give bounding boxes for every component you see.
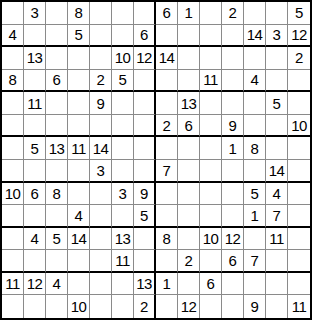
cell-r3c2: 13 xyxy=(24,47,46,70)
cell-r10c10[interactable] xyxy=(200,205,222,228)
cell-r10c14[interactable] xyxy=(288,205,310,228)
cell-r1c6[interactable] xyxy=(112,2,134,25)
cell-r9c12: 5 xyxy=(244,183,266,206)
cell-r2c6[interactable] xyxy=(112,25,134,48)
cell-r6c14: 10 xyxy=(288,115,310,138)
cell-r6c4[interactable] xyxy=(68,115,90,138)
cell-r10c9[interactable] xyxy=(178,205,200,228)
cell-r8c5: 3 xyxy=(90,160,112,183)
cell-r7c6[interactable] xyxy=(112,137,134,160)
cell-r12c11: 6 xyxy=(222,250,244,273)
cell-r4c12: 4 xyxy=(244,70,266,93)
cell-r8c12[interactable] xyxy=(244,160,266,183)
cell-r9c9[interactable] xyxy=(178,183,200,206)
cell-r10c2[interactable] xyxy=(24,205,46,228)
cell-r14c3[interactable] xyxy=(46,295,68,318)
cell-r9c3: 8 xyxy=(46,183,68,206)
cell-r4c3: 6 xyxy=(46,70,68,93)
cell-r13c9[interactable] xyxy=(178,273,200,296)
cell-r4c8[interactable] xyxy=(156,70,178,93)
cell-r6c9: 6 xyxy=(178,115,200,138)
cell-r11c12[interactable] xyxy=(244,228,266,251)
sudoku-board: 3861254561431213101214286251141191352691… xyxy=(0,0,312,320)
cell-r14c13[interactable] xyxy=(266,295,288,318)
cell-r8c8: 7 xyxy=(156,160,178,183)
cell-r12c7[interactable] xyxy=(134,250,156,273)
cell-r6c13[interactable] xyxy=(266,115,288,138)
cell-r8c1[interactable] xyxy=(2,160,24,183)
cell-r3c7: 12 xyxy=(134,47,156,70)
cell-r9c11[interactable] xyxy=(222,183,244,206)
cell-r8c2[interactable] xyxy=(24,160,46,183)
cell-r3c8: 14 xyxy=(156,47,178,70)
cell-r7c4: 11 xyxy=(68,137,90,160)
cell-r6c11: 9 xyxy=(222,115,244,138)
cell-r11c1[interactable] xyxy=(2,228,24,251)
cell-r12c4[interactable] xyxy=(68,250,90,273)
cell-r7c11: 1 xyxy=(222,137,244,160)
cell-r6c5[interactable] xyxy=(90,115,112,138)
cell-r14c12: 9 xyxy=(244,295,266,318)
cell-r9c4[interactable] xyxy=(68,183,90,206)
cell-r1c10[interactable] xyxy=(200,2,222,25)
cell-r10c13: 7 xyxy=(266,205,288,228)
cell-r5c1[interactable] xyxy=(2,92,24,115)
cell-r7c12: 8 xyxy=(244,137,266,160)
cell-r12c6: 11 xyxy=(112,250,134,273)
cell-r1c5[interactable] xyxy=(90,2,112,25)
cell-r10c8[interactable] xyxy=(156,205,178,228)
cell-r10c5[interactable] xyxy=(90,205,112,228)
cell-r5c14[interactable] xyxy=(288,92,310,115)
cell-r9c10[interactable] xyxy=(200,183,222,206)
cell-r11c8: 8 xyxy=(156,228,178,251)
cell-r12c2[interactable] xyxy=(24,250,46,273)
cell-r14c11[interactable] xyxy=(222,295,244,318)
cell-r5c4[interactable] xyxy=(68,92,90,115)
cell-r7c1[interactable] xyxy=(2,137,24,160)
cell-r2c2[interactable] xyxy=(24,25,46,48)
cell-r4c6: 5 xyxy=(112,70,134,93)
cell-r14c1[interactable] xyxy=(2,295,24,318)
cell-r7c7[interactable] xyxy=(134,137,156,160)
cell-r4c14[interactable] xyxy=(288,70,310,93)
cell-r3c6: 10 xyxy=(112,47,134,70)
cell-r2c5[interactable] xyxy=(90,25,112,48)
cell-r3c11[interactable] xyxy=(222,47,244,70)
cell-r3c14: 2 xyxy=(288,47,310,70)
cell-r1c14: 5 xyxy=(288,2,310,25)
cell-r12c5[interactable] xyxy=(90,250,112,273)
cell-r13c10: 6 xyxy=(200,273,222,296)
cell-r8c3[interactable] xyxy=(46,160,68,183)
cell-r6c12[interactable] xyxy=(244,115,266,138)
cell-r8c9[interactable] xyxy=(178,160,200,183)
cell-r12c9: 2 xyxy=(178,250,200,273)
cell-r9c8[interactable] xyxy=(156,183,178,206)
cell-r5c3[interactable] xyxy=(46,92,68,115)
cell-r8c13: 14 xyxy=(266,160,288,183)
cell-r11c3: 5 xyxy=(46,228,68,251)
cell-r11c14[interactable] xyxy=(288,228,310,251)
cell-r4c10: 11 xyxy=(200,70,222,93)
cell-r7c5: 14 xyxy=(90,137,112,160)
cell-r1c9: 1 xyxy=(178,2,200,25)
cell-r1c8: 6 xyxy=(156,2,178,25)
cell-r3c9[interactable] xyxy=(178,47,200,70)
cell-r2c9[interactable] xyxy=(178,25,200,48)
cell-r7c2: 5 xyxy=(24,137,46,160)
cell-r4c1: 8 xyxy=(2,70,24,93)
cell-r11c9[interactable] xyxy=(178,228,200,251)
cell-r1c2: 3 xyxy=(24,2,46,25)
cell-r5c8[interactable] xyxy=(156,92,178,115)
cell-r5c10[interactable] xyxy=(200,92,222,115)
cell-r5c5: 9 xyxy=(90,92,112,115)
cell-r1c4: 8 xyxy=(68,2,90,25)
cell-r14c4: 10 xyxy=(68,295,90,318)
cell-r7c3: 13 xyxy=(46,137,68,160)
cell-r10c7: 5 xyxy=(134,205,156,228)
cell-r13c3: 4 xyxy=(46,273,68,296)
cell-r6c6[interactable] xyxy=(112,115,134,138)
cell-r9c6: 3 xyxy=(112,183,134,206)
cell-r3c1[interactable] xyxy=(2,47,24,70)
cell-r12c10[interactable] xyxy=(200,250,222,273)
cell-r13c4[interactable] xyxy=(68,273,90,296)
cell-r9c14[interactable] xyxy=(288,183,310,206)
cell-r9c13: 4 xyxy=(266,183,288,206)
cell-r8c10[interactable] xyxy=(200,160,222,183)
cell-r5c13: 5 xyxy=(266,92,288,115)
cell-r8c7[interactable] xyxy=(134,160,156,183)
cell-r5c9: 13 xyxy=(178,92,200,115)
cell-r11c13: 11 xyxy=(266,228,288,251)
cell-r13c8: 1 xyxy=(156,273,178,296)
cell-r10c11[interactable] xyxy=(222,205,244,228)
cell-r2c1: 4 xyxy=(2,25,24,48)
cell-r10c3[interactable] xyxy=(46,205,68,228)
cell-r8c14[interactable] xyxy=(288,160,310,183)
cell-r13c13[interactable] xyxy=(266,273,288,296)
cell-r2c7: 6 xyxy=(134,25,156,48)
cell-r13c11[interactable] xyxy=(222,273,244,296)
cell-r1c7[interactable] xyxy=(134,2,156,25)
cell-r10c6[interactable] xyxy=(112,205,134,228)
cell-r2c3[interactable] xyxy=(46,25,68,48)
cell-r4c7[interactable] xyxy=(134,70,156,93)
cell-r5c11[interactable] xyxy=(222,92,244,115)
cell-r9c5[interactable] xyxy=(90,183,112,206)
cell-r11c6: 13 xyxy=(112,228,134,251)
cell-r6c7[interactable] xyxy=(134,115,156,138)
cell-r13c12[interactable] xyxy=(244,273,266,296)
cell-r11c10: 10 xyxy=(200,228,222,251)
cell-r11c4: 14 xyxy=(68,228,90,251)
cell-r1c3[interactable] xyxy=(46,2,68,25)
cell-r12c3[interactable] xyxy=(46,250,68,273)
cell-r5c6[interactable] xyxy=(112,92,134,115)
cell-r4c2[interactable] xyxy=(24,70,46,93)
cell-r5c12[interactable] xyxy=(244,92,266,115)
cell-r11c7[interactable] xyxy=(134,228,156,251)
cell-r12c14[interactable] xyxy=(288,250,310,273)
cell-r7c8[interactable] xyxy=(156,137,178,160)
cell-r3c12[interactable] xyxy=(244,47,266,70)
cell-r13c14[interactable] xyxy=(288,273,310,296)
cell-r9c1: 10 xyxy=(2,183,24,206)
cell-r14c9: 12 xyxy=(178,295,200,318)
cell-r14c6[interactable] xyxy=(112,295,134,318)
cell-r3c3[interactable] xyxy=(46,47,68,70)
cell-r12c13[interactable] xyxy=(266,250,288,273)
cell-r14c2[interactable] xyxy=(24,295,46,318)
cell-r4c13[interactable] xyxy=(266,70,288,93)
cell-r11c2: 4 xyxy=(24,228,46,251)
cell-r5c2: 11 xyxy=(24,92,46,115)
cell-r14c10[interactable] xyxy=(200,295,222,318)
cell-r6c3[interactable] xyxy=(46,115,68,138)
cell-r3c10[interactable] xyxy=(200,47,222,70)
cell-r8c6[interactable] xyxy=(112,160,134,183)
cell-r1c12[interactable] xyxy=(244,2,266,25)
cell-r13c7: 13 xyxy=(134,273,156,296)
cell-r9c2: 6 xyxy=(24,183,46,206)
cell-r7c13[interactable] xyxy=(266,137,288,160)
cell-r14c7: 2 xyxy=(134,295,156,318)
cell-r6c1[interactable] xyxy=(2,115,24,138)
cell-r7c10[interactable] xyxy=(200,137,222,160)
cell-r2c12: 14 xyxy=(244,25,266,48)
cell-r3c13[interactable] xyxy=(266,47,288,70)
cell-r2c14: 12 xyxy=(288,25,310,48)
cell-r10c1[interactable] xyxy=(2,205,24,228)
cell-r7c14[interactable] xyxy=(288,137,310,160)
cell-r9c7: 9 xyxy=(134,183,156,206)
cell-r8c11[interactable] xyxy=(222,160,244,183)
cell-r7c9[interactable] xyxy=(178,137,200,160)
cell-r4c4[interactable] xyxy=(68,70,90,93)
cell-r8c4[interactable] xyxy=(68,160,90,183)
cell-r10c4: 4 xyxy=(68,205,90,228)
cell-r2c11[interactable] xyxy=(222,25,244,48)
cell-r6c8: 2 xyxy=(156,115,178,138)
cell-r11c11: 12 xyxy=(222,228,244,251)
cell-r1c11: 2 xyxy=(222,2,244,25)
cell-r3c4[interactable] xyxy=(68,47,90,70)
cell-r1c1[interactable] xyxy=(2,2,24,25)
cell-r12c12: 7 xyxy=(244,250,266,273)
cell-r14c5[interactable] xyxy=(90,295,112,318)
cell-r10c12: 1 xyxy=(244,205,266,228)
cell-r2c13: 3 xyxy=(266,25,288,48)
cell-r13c5[interactable] xyxy=(90,273,112,296)
cell-r14c14: 11 xyxy=(288,295,310,318)
cell-r14c8[interactable] xyxy=(156,295,178,318)
cell-r4c9[interactable] xyxy=(178,70,200,93)
cell-r6c10[interactable] xyxy=(200,115,222,138)
cell-r4c11[interactable] xyxy=(222,70,244,93)
cell-r11c5[interactable] xyxy=(90,228,112,251)
cell-r6c2[interactable] xyxy=(24,115,46,138)
cell-r2c10[interactable] xyxy=(200,25,222,48)
cell-r2c4: 5 xyxy=(68,25,90,48)
cell-r12c1[interactable] xyxy=(2,250,24,273)
cell-r5c7[interactable] xyxy=(134,92,156,115)
cell-r13c6[interactable] xyxy=(112,273,134,296)
cell-r1c13[interactable] xyxy=(266,2,288,25)
cell-r12c8[interactable] xyxy=(156,250,178,273)
cell-r2c8[interactable] xyxy=(156,25,178,48)
cell-r13c2: 12 xyxy=(24,273,46,296)
cell-r3c5[interactable] xyxy=(90,47,112,70)
cell-r4c5: 2 xyxy=(90,70,112,93)
cell-r13c1: 11 xyxy=(2,273,24,296)
